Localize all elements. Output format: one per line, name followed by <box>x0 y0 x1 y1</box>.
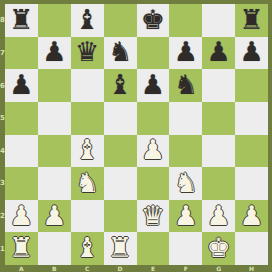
white-rook-piece: ♜ <box>108 234 132 261</box>
white-bishop-piece: ♝ <box>75 136 99 163</box>
square-a7[interactable] <box>5 37 38 70</box>
black-pawn-piece: ♟ <box>239 38 263 65</box>
square-b3[interactable] <box>38 167 71 200</box>
square-h4[interactable] <box>235 135 268 168</box>
square-g8[interactable] <box>202 4 235 37</box>
square-a6[interactable]: ♟ <box>5 69 38 102</box>
white-pawn-piece: ♟ <box>239 202 263 229</box>
square-e2[interactable]: ♛ <box>137 200 170 233</box>
file-label: A <box>5 265 38 272</box>
file-label: H <box>235 265 268 272</box>
square-d6[interactable]: ♝ <box>104 69 137 102</box>
square-e7[interactable] <box>137 37 170 70</box>
square-c5[interactable] <box>71 102 104 135</box>
square-b8[interactable] <box>38 4 71 37</box>
file-labels: ABCDEFGH <box>5 265 268 272</box>
white-rook-piece: ♜ <box>9 234 33 261</box>
square-a8[interactable]: ♜ <box>5 4 38 37</box>
square-e8[interactable]: ♚ <box>137 4 170 37</box>
square-d4[interactable] <box>104 135 137 168</box>
file-label: F <box>169 265 202 272</box>
black-pawn-piece: ♟ <box>141 71 165 98</box>
chess-board: 87654321 ♜♝♚♜♟♛♞♟♟♟♟♝♟♞♝♟♞♞♟♟♛♟♟♟♜♝♜♚ AB… <box>0 0 272 272</box>
square-g6[interactable] <box>202 69 235 102</box>
square-e4[interactable]: ♟ <box>137 135 170 168</box>
white-pawn-piece: ♟ <box>141 136 165 163</box>
file-label: G <box>202 265 235 272</box>
square-f5[interactable] <box>169 102 202 135</box>
square-b5[interactable] <box>38 102 71 135</box>
square-c2[interactable] <box>71 200 104 233</box>
file-label: D <box>104 265 137 272</box>
square-h2[interactable]: ♟ <box>235 200 268 233</box>
black-pawn-piece: ♟ <box>9 71 33 98</box>
square-a5[interactable] <box>5 102 38 135</box>
square-a4[interactable] <box>5 135 38 168</box>
board-grid[interactable]: ♜♝♚♜♟♛♞♟♟♟♟♝♟♞♝♟♞♞♟♟♛♟♟♟♜♝♜♚ <box>5 4 268 265</box>
square-c7[interactable]: ♛ <box>71 37 104 70</box>
square-h5[interactable] <box>235 102 268 135</box>
white-knight-piece: ♞ <box>174 169 198 196</box>
square-f3[interactable]: ♞ <box>169 167 202 200</box>
square-h1[interactable] <box>235 232 268 265</box>
square-e5[interactable] <box>137 102 170 135</box>
white-knight-piece: ♞ <box>75 169 99 196</box>
square-h3[interactable] <box>235 167 268 200</box>
square-d7[interactable]: ♞ <box>104 37 137 70</box>
square-d2[interactable] <box>104 200 137 233</box>
square-g2[interactable]: ♟ <box>202 200 235 233</box>
square-f4[interactable] <box>169 135 202 168</box>
square-f7[interactable]: ♟ <box>169 37 202 70</box>
square-a3[interactable] <box>5 167 38 200</box>
square-d8[interactable] <box>104 4 137 37</box>
square-e6[interactable]: ♟ <box>137 69 170 102</box>
black-rook-piece: ♜ <box>9 6 33 33</box>
black-bishop-piece: ♝ <box>108 71 132 98</box>
file-label: C <box>71 265 104 272</box>
square-b4[interactable] <box>38 135 71 168</box>
square-g5[interactable] <box>202 102 235 135</box>
square-e3[interactable] <box>137 167 170 200</box>
square-c3[interactable]: ♞ <box>71 167 104 200</box>
square-f8[interactable] <box>169 4 202 37</box>
white-pawn-piece: ♟ <box>42 202 66 229</box>
black-bishop-piece: ♝ <box>75 6 99 33</box>
square-h6[interactable] <box>235 69 268 102</box>
square-a2[interactable]: ♟ <box>5 200 38 233</box>
square-c1[interactable]: ♝ <box>71 232 104 265</box>
square-g3[interactable] <box>202 167 235 200</box>
black-queen-piece: ♛ <box>75 38 99 65</box>
square-f2[interactable]: ♟ <box>169 200 202 233</box>
square-a1[interactable]: ♜ <box>5 232 38 265</box>
white-pawn-piece: ♟ <box>207 202 231 229</box>
square-c6[interactable] <box>71 69 104 102</box>
square-b6[interactable] <box>38 69 71 102</box>
black-pawn-piece: ♟ <box>207 38 231 65</box>
black-pawn-piece: ♟ <box>174 38 198 65</box>
black-knight-piece: ♞ <box>174 71 198 98</box>
square-h7[interactable]: ♟ <box>235 37 268 70</box>
square-d5[interactable] <box>104 102 137 135</box>
black-rook-piece: ♜ <box>239 6 263 33</box>
file-label: B <box>38 265 71 272</box>
white-king-piece: ♚ <box>207 234 231 261</box>
white-bishop-piece: ♝ <box>75 234 99 261</box>
white-queen-piece: ♛ <box>141 202 165 229</box>
square-b7[interactable]: ♟ <box>38 37 71 70</box>
square-g4[interactable] <box>202 135 235 168</box>
square-e1[interactable] <box>137 232 170 265</box>
white-pawn-piece: ♟ <box>9 202 33 229</box>
file-label: E <box>137 265 170 272</box>
square-g7[interactable]: ♟ <box>202 37 235 70</box>
square-h8[interactable]: ♜ <box>235 4 268 37</box>
square-g1[interactable]: ♚ <box>202 232 235 265</box>
square-c8[interactable]: ♝ <box>71 4 104 37</box>
square-f1[interactable] <box>169 232 202 265</box>
white-pawn-piece: ♟ <box>174 202 198 229</box>
square-f6[interactable]: ♞ <box>169 69 202 102</box>
square-b1[interactable] <box>38 232 71 265</box>
black-king-piece: ♚ <box>141 6 165 33</box>
square-c4[interactable]: ♝ <box>71 135 104 168</box>
square-b2[interactable]: ♟ <box>38 200 71 233</box>
square-d3[interactable] <box>104 167 137 200</box>
black-knight-piece: ♞ <box>108 38 132 65</box>
square-d1[interactable]: ♜ <box>104 232 137 265</box>
black-pawn-piece: ♟ <box>42 38 66 65</box>
